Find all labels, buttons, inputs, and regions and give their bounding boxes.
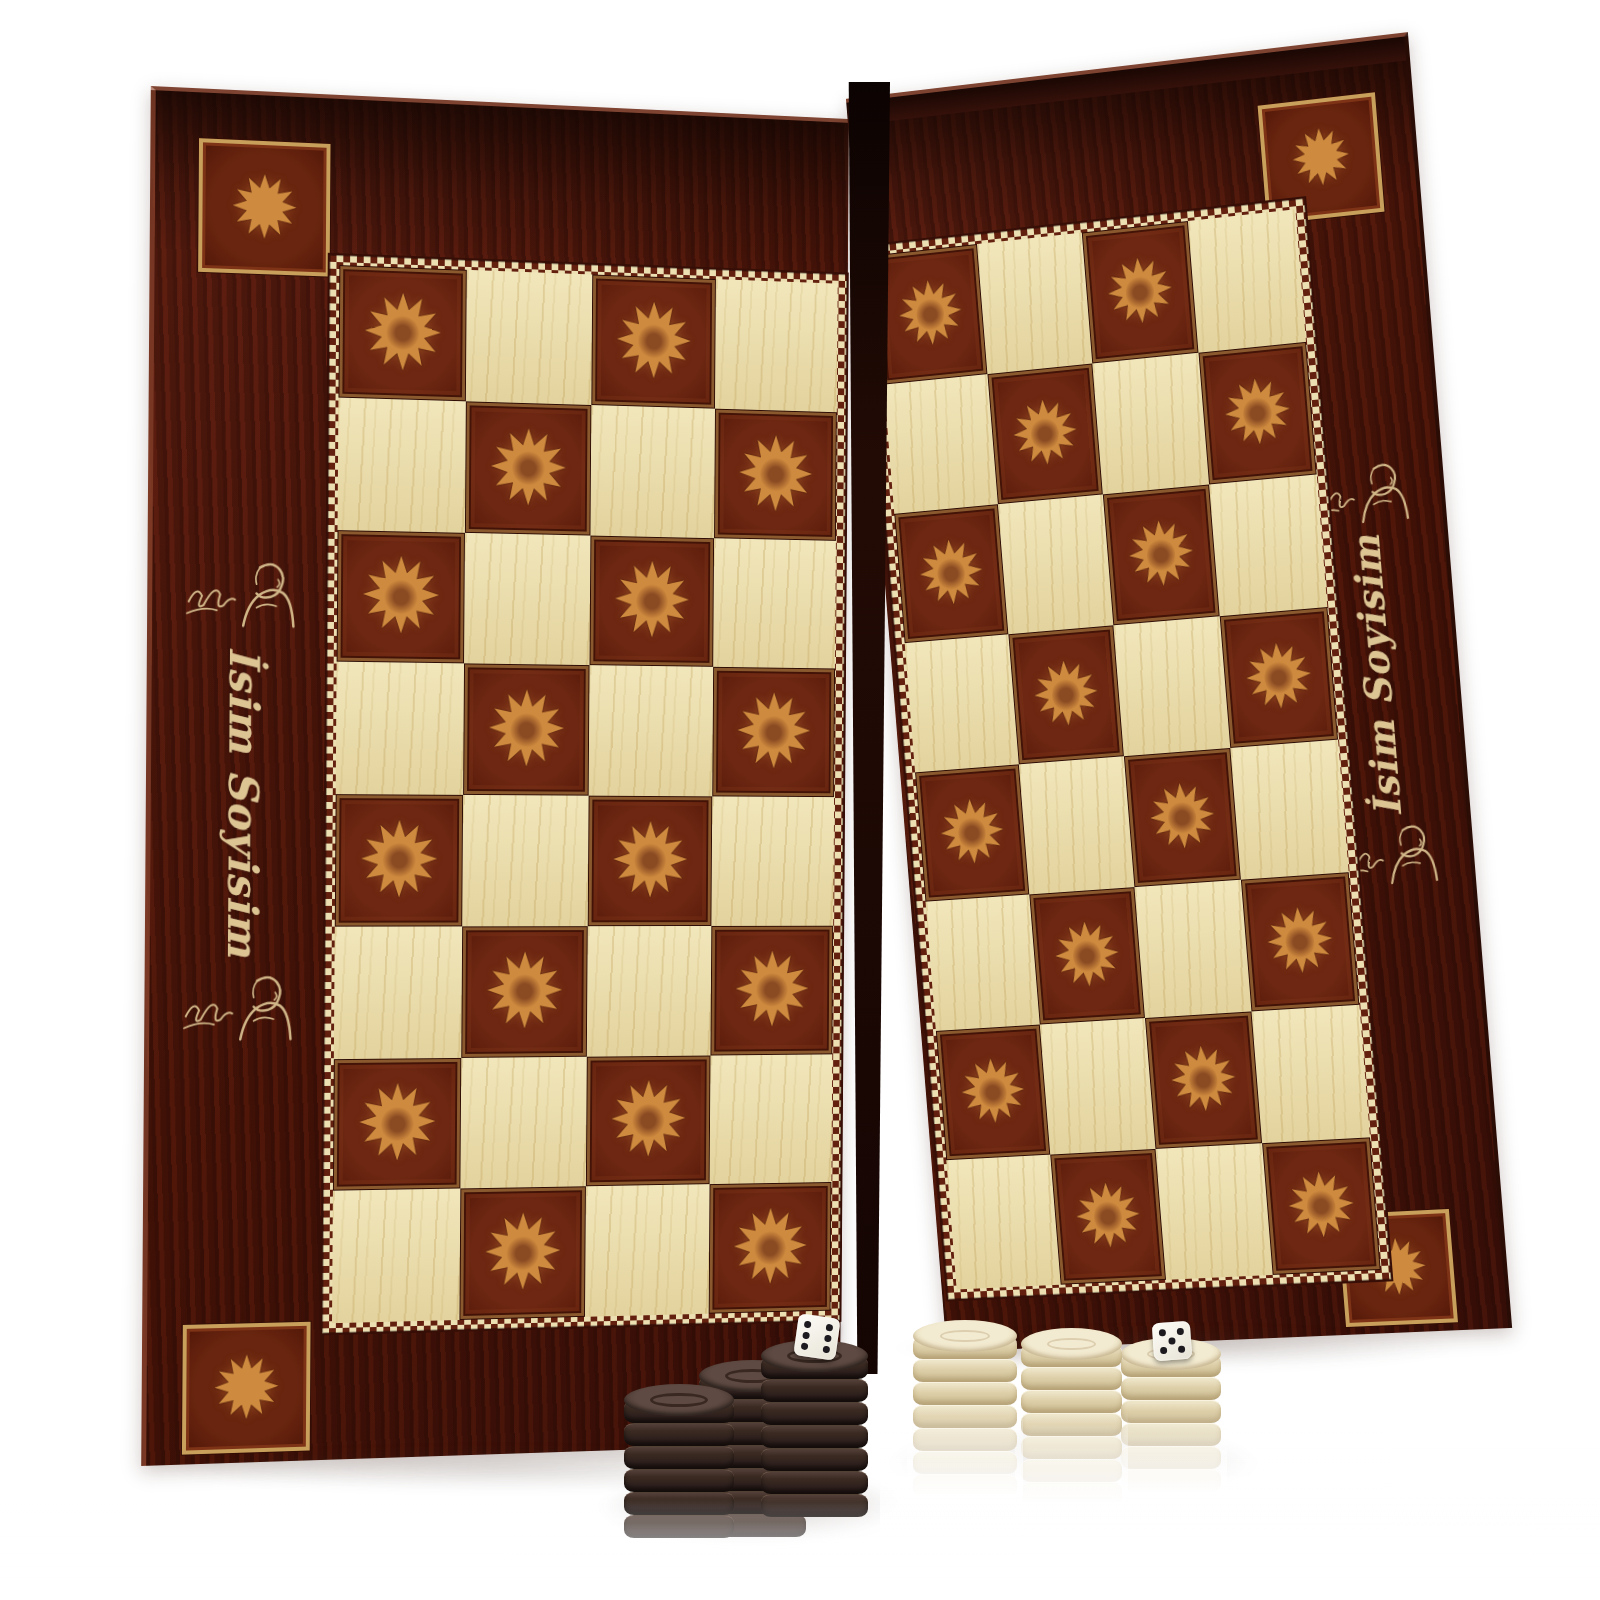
- checker-piece[interactable]: [1021, 1459, 1122, 1482]
- rosette-top-left-icon: ✹: [198, 138, 330, 276]
- board-square-dark[interactable]: ✹: [915, 764, 1029, 901]
- board-square-dark[interactable]: ✹: [459, 1187, 585, 1320]
- board-border-left: ✹✹✹✹✹✹✹✹✹✹✹✹✹✹✹✹: [322, 255, 847, 1334]
- board-square-light[interactable]: [587, 926, 712, 1057]
- checker-piece[interactable]: [1021, 1482, 1122, 1505]
- board-square-light[interactable]: [336, 662, 464, 795]
- star-inlay-icon: ✹: [1103, 484, 1220, 625]
- board-square-dark[interactable]: ✹: [1262, 1137, 1381, 1275]
- checker-piece[interactable]: [761, 1379, 868, 1402]
- board-square-dark[interactable]: ✹: [987, 363, 1102, 504]
- star-inlay-icon: ✹: [459, 1187, 585, 1320]
- board-square-dark[interactable]: ✹: [335, 794, 463, 926]
- board-square-dark[interactable]: ✹: [465, 401, 591, 535]
- star-inlay-icon: ✹: [588, 796, 713, 926]
- board-square-dark[interactable]: ✹: [333, 1057, 461, 1190]
- board-square-dark[interactable]: ✹: [590, 535, 715, 667]
- star-inlay-icon: ✹: [936, 1025, 1050, 1161]
- star-inlay-icon: ✹: [465, 401, 591, 535]
- star-inlay-icon: ✹: [987, 363, 1102, 504]
- star-inlay-icon: ✹: [1262, 1137, 1381, 1275]
- board-square-dark[interactable]: ✹: [894, 504, 1008, 643]
- board-square-light[interactable]: [590, 405, 715, 538]
- board-square-light[interactable]: [462, 795, 588, 926]
- board-square-dark[interactable]: ✹: [463, 664, 589, 796]
- checker-stack-dark-3[interactable]: [761, 1340, 868, 1517]
- board-square-light[interactable]: [884, 374, 998, 514]
- board-square-light[interactable]: [1209, 474, 1327, 616]
- die-right[interactable]: [1152, 1321, 1193, 1362]
- board-square-light[interactable]: [1019, 756, 1135, 894]
- checker-top-face: [913, 1320, 1017, 1352]
- inscription-text-left: İsim Soyisim: [218, 647, 268, 959]
- board-square-dark[interactable]: ✹: [461, 926, 587, 1057]
- star-inlay-icon: ✹: [229, 163, 300, 251]
- star-inlay-icon: ✹: [1241, 872, 1359, 1011]
- inscription-left-wrap: İsim Soyisim: [212, 637, 273, 968]
- board-square-dark[interactable]: ✹: [709, 1182, 832, 1313]
- checker-piece[interactable]: [913, 1474, 1017, 1497]
- board-square-dark[interactable]: ✹: [714, 408, 837, 540]
- right-panel: ✹ ✹ İsim Soyisim ✹✹✹✹✹✹✹✹✹✹✹✹✹✹✹✹: [846, 32, 1512, 1352]
- ataturk-figure-icon: [179, 967, 303, 1051]
- checker-stack-light-3[interactable]: [1121, 1338, 1221, 1492]
- star-inlay-icon: ✹: [338, 265, 466, 401]
- board-square-dark[interactable]: ✹: [1145, 1011, 1262, 1148]
- board-square-light[interactable]: [332, 1189, 460, 1323]
- star-inlay-icon: ✹: [1145, 1011, 1262, 1148]
- star-inlay-icon: ✹: [1008, 625, 1124, 764]
- star-inlay-icon: ✹: [211, 1344, 282, 1432]
- board-square-dark[interactable]: ✹: [936, 1025, 1050, 1161]
- checker-piece[interactable]: [624, 1469, 734, 1492]
- checker-piece[interactable]: [1121, 1469, 1221, 1492]
- star-inlay-icon: ✹: [1220, 607, 1338, 748]
- inscription-strip-left: İsim Soyisim: [169, 553, 316, 1052]
- checker-piece[interactable]: [913, 1405, 1017, 1428]
- board-square-light[interactable]: [466, 270, 592, 405]
- star-inlay-icon: ✹: [1082, 221, 1199, 363]
- checker-piece[interactable]: [913, 1382, 1017, 1405]
- star-inlay-icon: ✹: [714, 408, 837, 540]
- board-square-dark[interactable]: ✹: [710, 925, 833, 1055]
- board-square-dark[interactable]: ✹: [873, 244, 987, 385]
- board-square-dark[interactable]: ✹: [586, 1055, 711, 1186]
- board-square-dark[interactable]: ✹: [1103, 484, 1220, 625]
- board-square-dark[interactable]: ✹: [1124, 748, 1241, 887]
- board-square-dark[interactable]: ✹: [712, 667, 835, 797]
- checkerboard-left-panel: ✹✹✹✹✹✹✹✹✹✹✹✹✹✹✹✹: [332, 265, 838, 1323]
- checker-piece[interactable]: [913, 1428, 1017, 1451]
- checker-piece[interactable]: [624, 1423, 734, 1446]
- board-square-dark[interactable]: ✹: [1220, 607, 1338, 748]
- board-square-light[interactable]: [338, 397, 466, 532]
- checker-stack-light-2[interactable]: [1021, 1328, 1122, 1505]
- board-square-light[interactable]: [464, 532, 590, 665]
- rosette-bottom-left-icon: ✹: [182, 1322, 311, 1455]
- checker-piece[interactable]: [1021, 1390, 1122, 1413]
- board-square-dark[interactable]: ✹: [1029, 887, 1145, 1024]
- checker-piece[interactable]: [1121, 1400, 1221, 1423]
- board-square-dark[interactable]: ✹: [1050, 1149, 1166, 1285]
- ataturk-figure-icon: [182, 553, 306, 639]
- checker-piece[interactable]: [624, 1515, 734, 1538]
- star-inlay-icon: ✹: [337, 530, 465, 664]
- checker-piece[interactable]: [1021, 1413, 1122, 1436]
- star-inlay-icon: ✹: [1029, 887, 1145, 1024]
- board-square-light[interactable]: [585, 1184, 710, 1316]
- board-square-light[interactable]: [1040, 1018, 1156, 1155]
- star-inlay-icon: ✹: [1287, 117, 1355, 199]
- board-square-dark[interactable]: ✹: [591, 274, 716, 408]
- board-border-right: ✹✹✹✹✹✹✹✹✹✹✹✹✹✹✹✹: [863, 198, 1391, 1299]
- star-inlay-icon: ✹: [710, 925, 833, 1055]
- board-square-light[interactable]: [713, 538, 836, 669]
- star-inlay-icon: ✹: [1198, 342, 1316, 485]
- die-pip: [820, 1343, 832, 1355]
- board-square-light[interactable]: [1092, 353, 1209, 495]
- star-inlay-icon: ✹: [894, 504, 1008, 643]
- product-photo-scene: ✹ ✹ İsim Soyisim ✹✹✹✹✹✹✹✹✹✹✹✹✹✹✹✹ ✹ ✹ İs…: [0, 0, 1600, 1600]
- star-inlay-icon: ✹: [709, 1182, 832, 1313]
- board-square-light[interactable]: [946, 1155, 1060, 1290]
- board-square-light[interactable]: [1155, 1143, 1272, 1280]
- board-square-light[interactable]: [1188, 209, 1306, 352]
- checker-top-face: [624, 1384, 734, 1416]
- star-inlay-icon: ✹: [915, 764, 1029, 901]
- star-inlay-icon: ✹: [461, 926, 587, 1057]
- hinge-gap: [842, 82, 890, 1374]
- board-square-dark[interactable]: ✹: [588, 796, 713, 926]
- checker-stack-light-1[interactable]: [913, 1320, 1017, 1497]
- star-inlay-icon: ✹: [335, 794, 463, 926]
- left-panel: ✹ ✹ İsim Soyisim ✹✹✹✹✹✹✹✹✹✹✹✹✹✹✹✹: [141, 86, 849, 1466]
- board-square-light[interactable]: [905, 634, 1019, 772]
- star-inlay-icon: ✹: [586, 1055, 711, 1186]
- board-square-light[interactable]: [998, 494, 1113, 634]
- checker-piece[interactable]: [761, 1448, 868, 1471]
- checker-piece[interactable]: [761, 1402, 868, 1425]
- board-square-dark[interactable]: ✹: [337, 530, 465, 664]
- star-inlay-icon: ✹: [1124, 748, 1241, 887]
- board-square-light[interactable]: [460, 1056, 586, 1188]
- checker-piece[interactable]: [761, 1471, 868, 1494]
- checker-piece[interactable]: [761, 1425, 868, 1448]
- inscription-text-right: İsim Soyisim: [1343, 533, 1410, 819]
- checker-stack-dark-1[interactable]: [624, 1384, 734, 1538]
- checker-piece[interactable]: [913, 1359, 1017, 1382]
- checker-piece[interactable]: [624, 1446, 734, 1469]
- checker-piece[interactable]: [1121, 1377, 1221, 1400]
- board-square-light[interactable]: [589, 665, 714, 796]
- board-square-dark[interactable]: ✹: [1008, 625, 1124, 764]
- checker-piece[interactable]: [761, 1494, 868, 1517]
- checker-piece[interactable]: [624, 1492, 734, 1515]
- board-square-light[interactable]: [1230, 740, 1348, 880]
- die-left[interactable]: [793, 1313, 840, 1360]
- board-square-dark[interactable]: ✹: [1082, 221, 1199, 363]
- board-square-dark[interactable]: ✹: [1241, 872, 1359, 1011]
- checker-top-face: [1021, 1328, 1122, 1360]
- star-inlay-icon: ✹: [333, 1057, 461, 1190]
- checker-piece[interactable]: [1021, 1367, 1122, 1390]
- board-square-light[interactable]: [334, 926, 462, 1058]
- checker-piece[interactable]: [913, 1451, 1017, 1474]
- checker-piece[interactable]: [1121, 1446, 1221, 1469]
- board-square-light[interactable]: [1113, 616, 1230, 756]
- board-square-light[interactable]: [1251, 1005, 1370, 1143]
- board-square-dark[interactable]: ✹: [338, 265, 466, 401]
- star-inlay-icon: ✹: [712, 667, 835, 797]
- star-inlay-icon: ✹: [463, 664, 589, 796]
- board-square-dark[interactable]: ✹: [1198, 342, 1316, 485]
- checkerboard-right-panel: ✹✹✹✹✹✹✹✹✹✹✹✹✹✹✹✹: [873, 209, 1380, 1289]
- star-inlay-icon: ✹: [590, 535, 715, 667]
- star-inlay-icon: ✹: [873, 244, 987, 385]
- board-square-light[interactable]: [710, 1054, 833, 1184]
- checker-piece[interactable]: [1021, 1436, 1122, 1459]
- star-inlay-icon: ✹: [591, 274, 716, 408]
- board-square-light[interactable]: [715, 279, 838, 412]
- die-pip: [1177, 1345, 1187, 1355]
- board-square-light[interactable]: [977, 233, 1092, 375]
- checker-piece[interactable]: [1121, 1423, 1221, 1446]
- star-inlay-icon: ✹: [1050, 1149, 1166, 1285]
- board-square-light[interactable]: [1134, 880, 1251, 1018]
- board-square-light[interactable]: [711, 796, 834, 925]
- board-square-light[interactable]: [925, 894, 1039, 1031]
